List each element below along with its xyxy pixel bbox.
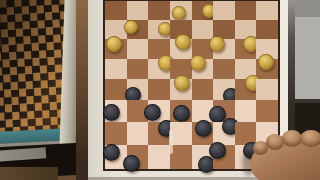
square-g6 xyxy=(235,39,257,59)
square-e5 xyxy=(192,59,214,79)
checker-gold xyxy=(258,54,274,70)
square-g8 xyxy=(235,1,257,20)
square-a2 xyxy=(105,122,127,145)
square-f1 xyxy=(213,145,235,169)
square-b7 xyxy=(127,20,149,39)
square-b4 xyxy=(127,79,149,100)
square-a8 xyxy=(105,1,127,20)
checker-gold xyxy=(175,34,191,50)
square-a6 xyxy=(105,39,127,59)
square-a5 xyxy=(105,59,127,79)
square-f5 xyxy=(213,59,235,79)
square-h4 xyxy=(256,79,278,100)
checker-dark xyxy=(195,120,212,137)
board-scratch-streak xyxy=(169,130,173,154)
square-a4 xyxy=(105,79,127,100)
square-b5 xyxy=(127,59,149,79)
checker-dark xyxy=(144,104,161,121)
checker-dark xyxy=(173,105,190,122)
gray-panel-top-band xyxy=(295,0,320,17)
square-d3 xyxy=(170,100,192,122)
checker-gold xyxy=(209,36,225,52)
floor-strip xyxy=(0,167,58,180)
checker-gold xyxy=(174,75,190,91)
square-d2 xyxy=(170,122,192,145)
square-d4 xyxy=(170,79,192,100)
square-c8 xyxy=(148,1,170,20)
square-c3 xyxy=(148,100,170,122)
square-f4 xyxy=(213,79,235,100)
square-f6 xyxy=(213,39,235,59)
square-e7 xyxy=(192,20,214,39)
checker-gold xyxy=(124,20,138,34)
square-c4 xyxy=(148,79,170,100)
square-h5 xyxy=(256,59,278,79)
square-a3 xyxy=(105,100,127,122)
square-h3 xyxy=(256,100,278,122)
square-b6 xyxy=(127,39,149,59)
square-g4 xyxy=(235,79,257,100)
square-d8 xyxy=(170,1,192,20)
checker-gold xyxy=(190,55,206,71)
square-b8 xyxy=(127,1,149,20)
checker-gold xyxy=(172,6,186,20)
square-b2 xyxy=(127,122,149,145)
checker-gold xyxy=(106,36,122,52)
square-e4 xyxy=(192,79,214,100)
checker-dark xyxy=(103,104,120,121)
checker-dark xyxy=(123,155,140,172)
square-h7 xyxy=(256,20,278,39)
square-h8 xyxy=(256,1,278,20)
square-c1 xyxy=(148,145,170,169)
checker-dark xyxy=(209,142,226,159)
square-d6 xyxy=(170,39,192,59)
square-e8 xyxy=(192,1,214,20)
photo-scene xyxy=(0,0,320,180)
checker-dark xyxy=(103,144,120,161)
square-f8 xyxy=(213,1,235,20)
square-e2 xyxy=(192,122,214,145)
knuckle xyxy=(282,130,302,147)
square-b1 xyxy=(127,145,149,169)
square-d1 xyxy=(170,145,192,169)
square-c5 xyxy=(148,59,170,79)
square-g3 xyxy=(235,100,257,122)
knuckle xyxy=(300,130,320,147)
player-hand xyxy=(246,127,320,180)
square-c7 xyxy=(148,20,170,39)
square-c2 xyxy=(148,122,170,145)
